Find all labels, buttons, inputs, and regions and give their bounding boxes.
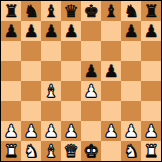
square-f8[interactable]: ♝ (101, 1, 121, 21)
black-pawn[interactable]: ♟ (83, 61, 98, 81)
chess-board: ♜♞♝♛♚♝♞♜♟♟♟♟♟♟♟♟♝♟♟♟♟♟♟♟♟♜♞♝♛♚♞♜ (0, 0, 162, 162)
square-f1[interactable] (101, 141, 121, 161)
square-h5[interactable] (141, 61, 161, 81)
square-g2[interactable]: ♟ (121, 121, 141, 141)
white-pawn[interactable]: ♟ (103, 121, 118, 141)
square-e1[interactable]: ♚ (81, 141, 101, 161)
square-b6[interactable] (21, 41, 41, 61)
square-g1[interactable]: ♞ (121, 141, 141, 161)
square-g6[interactable] (121, 41, 141, 61)
black-rook[interactable]: ♜ (3, 1, 18, 21)
square-c8[interactable]: ♝ (41, 1, 61, 21)
square-e6[interactable] (81, 41, 101, 61)
square-e4[interactable]: ♟ (81, 81, 101, 101)
square-a7[interactable]: ♟ (1, 21, 21, 41)
square-e5[interactable]: ♟ (81, 61, 101, 81)
black-pawn[interactable]: ♟ (103, 61, 118, 81)
black-rook[interactable]: ♜ (143, 1, 158, 21)
square-c1[interactable]: ♝ (41, 141, 61, 161)
white-pawn[interactable]: ♟ (123, 121, 138, 141)
white-bishop[interactable]: ♝ (43, 141, 58, 161)
square-g7[interactable]: ♟ (121, 21, 141, 41)
square-a2[interactable]: ♟ (1, 121, 21, 141)
black-pawn[interactable]: ♟ (23, 21, 38, 41)
white-pawn[interactable]: ♟ (63, 121, 78, 141)
square-a5[interactable] (1, 61, 21, 81)
square-b8[interactable]: ♞ (21, 1, 41, 21)
square-a3[interactable] (1, 101, 21, 121)
square-e8[interactable]: ♚ (81, 1, 101, 21)
square-f4[interactable] (101, 81, 121, 101)
square-d3[interactable] (61, 101, 81, 121)
white-pawn[interactable]: ♟ (3, 121, 18, 141)
square-b3[interactable] (21, 101, 41, 121)
square-d5[interactable] (61, 61, 81, 81)
black-pawn[interactable]: ♟ (63, 21, 78, 41)
square-f7[interactable] (101, 21, 121, 41)
black-knight[interactable]: ♞ (123, 1, 138, 21)
square-h4[interactable] (141, 81, 161, 101)
square-g8[interactable]: ♞ (121, 1, 141, 21)
white-pawn[interactable]: ♟ (143, 121, 158, 141)
white-knight[interactable]: ♞ (23, 141, 38, 161)
square-f5[interactable]: ♟ (101, 61, 121, 81)
square-g5[interactable] (121, 61, 141, 81)
square-c2[interactable]: ♟ (41, 121, 61, 141)
square-h8[interactable]: ♜ (141, 1, 161, 21)
square-e7[interactable] (81, 21, 101, 41)
square-c7[interactable]: ♟ (41, 21, 61, 41)
black-bishop[interactable]: ♝ (103, 1, 118, 21)
square-f3[interactable] (101, 101, 121, 121)
square-d4[interactable] (61, 81, 81, 101)
black-pawn[interactable]: ♟ (123, 21, 138, 41)
square-g3[interactable] (121, 101, 141, 121)
white-pawn[interactable]: ♟ (43, 121, 58, 141)
square-c4[interactable]: ♝ (41, 81, 61, 101)
square-h6[interactable] (141, 41, 161, 61)
square-h7[interactable]: ♟ (141, 21, 161, 41)
square-b1[interactable]: ♞ (21, 141, 41, 161)
white-queen[interactable]: ♛ (63, 141, 78, 161)
square-h3[interactable] (141, 101, 161, 121)
square-c5[interactable] (41, 61, 61, 81)
square-h1[interactable]: ♜ (141, 141, 161, 161)
white-rook[interactable]: ♜ (3, 141, 18, 161)
square-f2[interactable]: ♟ (101, 121, 121, 141)
square-c3[interactable] (41, 101, 61, 121)
square-c6[interactable] (41, 41, 61, 61)
square-a1[interactable]: ♜ (1, 141, 21, 161)
square-d6[interactable] (61, 41, 81, 61)
black-bishop[interactable]: ♝ (43, 1, 58, 21)
square-e2[interactable] (81, 121, 101, 141)
white-king[interactable]: ♚ (83, 141, 98, 161)
square-h2[interactable]: ♟ (141, 121, 161, 141)
square-f6[interactable] (101, 41, 121, 61)
white-pawn[interactable]: ♟ (83, 81, 98, 101)
black-king[interactable]: ♚ (83, 1, 98, 21)
white-knight[interactable]: ♞ (123, 141, 138, 161)
black-pawn[interactable]: ♟ (43, 21, 58, 41)
white-pawn[interactable]: ♟ (23, 121, 38, 141)
square-b4[interactable] (21, 81, 41, 101)
square-a8[interactable]: ♜ (1, 1, 21, 21)
square-e3[interactable] (81, 101, 101, 121)
black-pawn[interactable]: ♟ (3, 21, 18, 41)
white-rook[interactable]: ♜ (143, 141, 158, 161)
square-d2[interactable]: ♟ (61, 121, 81, 141)
black-queen[interactable]: ♛ (63, 1, 78, 21)
white-bishop[interactable]: ♝ (43, 81, 58, 101)
square-b7[interactable]: ♟ (21, 21, 41, 41)
square-b2[interactable]: ♟ (21, 121, 41, 141)
square-g4[interactable] (121, 81, 141, 101)
square-d1[interactable]: ♛ (61, 141, 81, 161)
square-b5[interactable] (21, 61, 41, 81)
square-d8[interactable]: ♛ (61, 1, 81, 21)
square-a4[interactable] (1, 81, 21, 101)
square-d7[interactable]: ♟ (61, 21, 81, 41)
black-knight[interactable]: ♞ (23, 1, 38, 21)
square-a6[interactable] (1, 41, 21, 61)
black-pawn[interactable]: ♟ (143, 21, 158, 41)
